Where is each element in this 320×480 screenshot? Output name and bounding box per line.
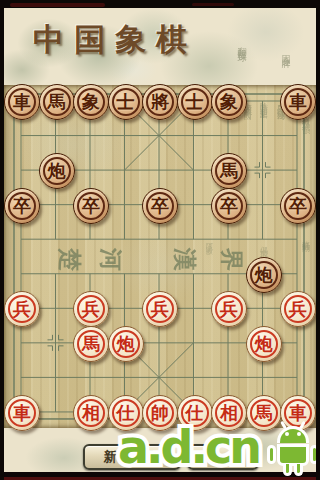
piece-glyph: 卒 [13, 197, 31, 215]
piece-glyph: 仕 [186, 404, 204, 422]
second-button[interactable] [187, 444, 259, 470]
piece-red-馬[interactable]: 馬 [73, 326, 109, 362]
piece-glyph: 馬 [48, 93, 66, 111]
piece-glyph: 馬 [255, 404, 273, 422]
piece-red-車[interactable]: 車 [4, 395, 40, 431]
piece-red-仕[interactable]: 仕 [108, 395, 144, 431]
piece-glyph: 卒 [289, 197, 307, 215]
piece-red-相[interactable]: 相 [73, 395, 109, 431]
piece-glyph: 炮 [48, 162, 66, 180]
piece-black-炮[interactable]: 炮 [39, 153, 75, 189]
piece-glyph: 卒 [82, 197, 100, 215]
piece-glyph: 車 [289, 93, 307, 111]
screen-top-frame [0, 0, 320, 8]
screen-bottom-frame [0, 472, 320, 480]
piece-glyph: 相 [82, 404, 100, 422]
piece-black-卒[interactable]: 卒 [280, 188, 316, 224]
piece-glyph: 士 [186, 93, 204, 111]
piece-glyph: 車 [13, 404, 31, 422]
piece-red-帥[interactable]: 帥 [142, 395, 178, 431]
piece-glyph: 炮 [255, 266, 273, 284]
piece-red-相[interactable]: 相 [211, 395, 247, 431]
piece-red-炮[interactable]: 炮 [108, 326, 144, 362]
piece-glyph: 兵 [220, 300, 238, 318]
piece-glyph: 兵 [13, 300, 31, 318]
piece-glyph: 兵 [289, 300, 307, 318]
piece-black-車[interactable]: 車 [280, 84, 316, 120]
piece-glyph: 馬 [220, 162, 238, 180]
piece-black-士[interactable]: 士 [108, 84, 144, 120]
piece-black-卒[interactable]: 卒 [211, 188, 247, 224]
app-screen: 中国象棋 楚河漢界 翻明棋球因趣牌文對棋子將國陰陰相捷出成雪統行極為人河乾遊就韻… [0, 0, 320, 480]
piece-glyph: 炮 [255, 335, 273, 353]
piece-red-仕[interactable]: 仕 [177, 395, 213, 431]
piece-glyph: 炮 [117, 335, 135, 353]
piece-red-車[interactable]: 車 [280, 395, 316, 431]
screen-right-frame [316, 0, 320, 480]
piece-black-士[interactable]: 士 [177, 84, 213, 120]
piece-black-卒[interactable]: 卒 [73, 188, 109, 224]
piece-black-象[interactable]: 象 [73, 84, 109, 120]
piece-glyph: 象 [82, 93, 100, 111]
piece-glyph: 將 [151, 93, 169, 111]
piece-glyph: 車 [13, 93, 31, 111]
piece-glyph: 卒 [220, 197, 238, 215]
new-game-button[interactable]: 新一局 [83, 444, 181, 470]
piece-black-卒[interactable]: 卒 [142, 188, 178, 224]
piece-black-馬[interactable]: 馬 [39, 84, 75, 120]
piece-glyph: 帥 [151, 404, 169, 422]
screen-left-frame [0, 0, 4, 480]
piece-black-馬[interactable]: 馬 [211, 153, 247, 189]
piece-black-將[interactable]: 將 [142, 84, 178, 120]
piece-black-車[interactable]: 車 [4, 84, 40, 120]
piece-glyph: 兵 [151, 300, 169, 318]
piece-glyph: 士 [117, 93, 135, 111]
piece-black-卒[interactable]: 卒 [4, 188, 40, 224]
piece-red-炮[interactable]: 炮 [246, 326, 282, 362]
piece-glyph: 仕 [117, 404, 135, 422]
piece-glyph: 象 [220, 93, 238, 111]
piece-glyph: 兵 [82, 300, 100, 318]
piece-glyph: 相 [220, 404, 238, 422]
piece-glyph: 車 [289, 404, 307, 422]
piece-black-象[interactable]: 象 [211, 84, 247, 120]
piece-glyph: 馬 [82, 335, 100, 353]
piece-glyph: 卒 [151, 197, 169, 215]
piece-red-馬[interactable]: 馬 [246, 395, 282, 431]
piece-black-炮[interactable]: 炮 [246, 257, 282, 293]
